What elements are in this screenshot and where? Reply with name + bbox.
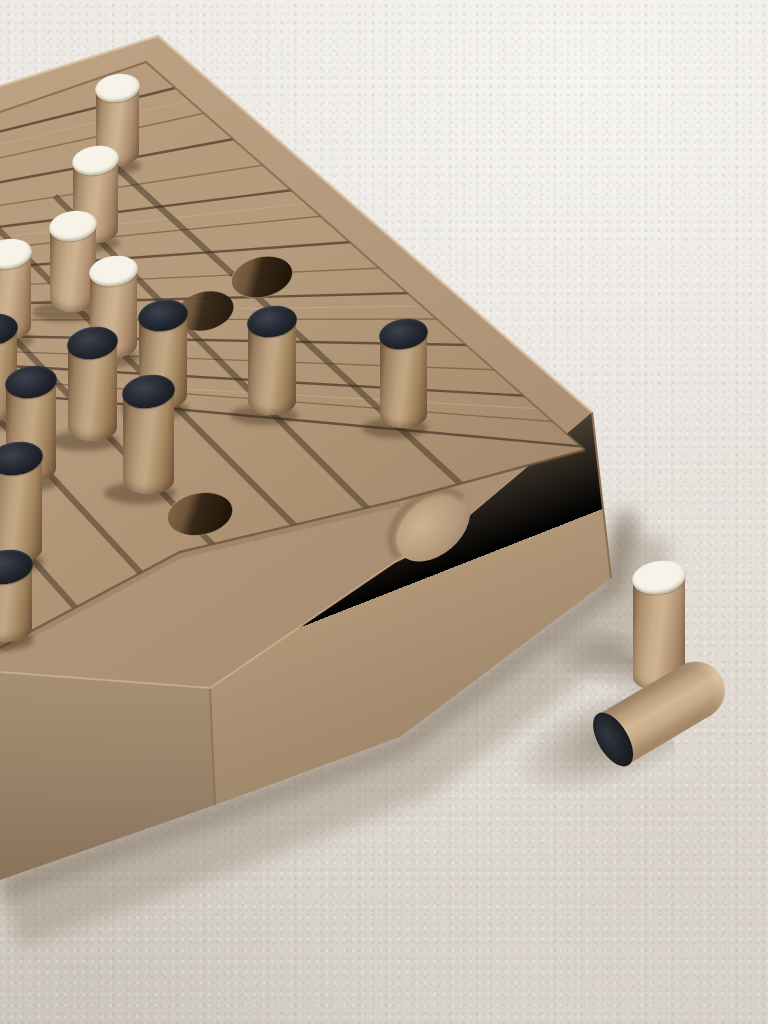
photo-scene: Overhead-angle photograph of a wooden pe… — [0, 0, 768, 1024]
